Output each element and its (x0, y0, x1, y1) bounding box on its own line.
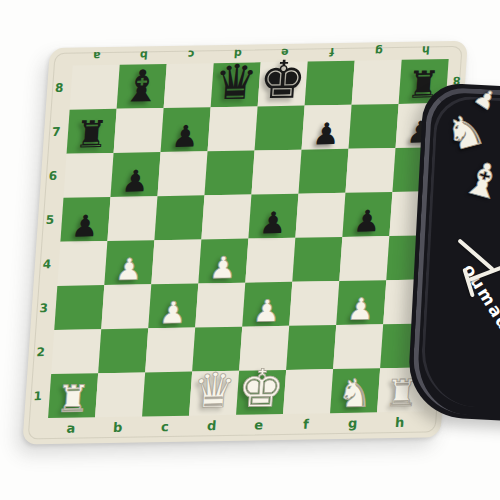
square-a2 (51, 329, 101, 374)
file-label-bottom-c: c (141, 420, 189, 434)
file-label-top-d: d (214, 47, 262, 59)
square-e1: ♚ (236, 370, 286, 415)
white-knight-g1: ♞ (336, 374, 374, 412)
square-b6: ♟ (110, 152, 160, 197)
square-d5 (201, 195, 251, 240)
file-label-bottom-e: e (235, 418, 283, 432)
black-pawn-f7: ♟ (312, 119, 341, 148)
black-pawn-c7: ♟ (171, 122, 200, 151)
square-e7 (255, 106, 305, 151)
square-f8 (305, 61, 355, 106)
black-queen-d8: ♛ (213, 60, 259, 106)
file-label-bottom-f: f (282, 417, 330, 431)
square-g5: ♟ (342, 192, 392, 237)
square-d3 (195, 283, 245, 328)
square-a5: ♟ (60, 197, 110, 242)
square-c4 (151, 239, 201, 284)
square-d8: ♛ (211, 62, 261, 107)
square-d7 (208, 106, 258, 151)
black-king-e8: ♚ (258, 55, 308, 105)
file-label-bottom-b: b (94, 420, 142, 434)
square-c2 (145, 328, 195, 373)
square-e3: ♟ (242, 282, 292, 327)
square-e5: ♟ (248, 194, 298, 239)
square-e2 (239, 326, 289, 371)
rank-label-left-3: 3 (32, 286, 55, 330)
square-f5 (295, 193, 345, 238)
file-label-top-c: c (167, 48, 215, 60)
square-c1 (142, 372, 192, 417)
square-a8 (70, 65, 120, 110)
file-label-bottom-a: a (47, 421, 95, 435)
square-d6 (204, 150, 254, 195)
square-e6 (251, 150, 301, 195)
square-f3 (289, 281, 339, 326)
white-pawn-c3: ♟ (158, 298, 187, 327)
file-label-top-f: f (308, 46, 356, 58)
file-label-top-b: b (120, 49, 168, 61)
square-f4 (292, 237, 342, 282)
white-rook-a1: ♜ (55, 381, 91, 417)
square-g3: ♟ (336, 280, 386, 325)
square-g1: ♞ (330, 368, 380, 413)
file-labels-top: abcdefgh (73, 44, 450, 62)
square-b2 (98, 328, 148, 373)
file-labels-bottom: abcdefgh (47, 416, 424, 436)
square-c7: ♟ (161, 107, 211, 152)
file-label-top-g: g (355, 45, 403, 57)
black-pawn-g5: ♟ (352, 207, 381, 236)
file-label-bottom-h: h (376, 416, 424, 430)
drawstring-cord (467, 264, 500, 282)
square-c8 (164, 63, 214, 108)
square-a1: ♜ (48, 373, 98, 418)
rank-label-left-6: 6 (41, 154, 64, 198)
rank-label-left-8: 8 (48, 66, 71, 110)
white-pawn-e3: ♟ (252, 297, 281, 326)
black-pawn-a5: ♟ (71, 212, 100, 241)
storage-bag: ♟ ♞ ♝ oumada® (407, 82, 500, 425)
square-c6 (157, 151, 207, 196)
square-d4: ♟ (198, 239, 248, 284)
square-a7: ♜ (67, 109, 117, 154)
rank-label-left-5: 5 (38, 198, 61, 242)
white-queen-d1: ♛ (191, 368, 237, 414)
chess-mat: abcdefgh 87654321 87654321 ♝♛♚♜♜♟♟♟♟♟♟♟♟… (22, 41, 468, 445)
white-pawn-b4: ♟ (114, 255, 143, 284)
chess-board: ♝♛♚♜♜♟♟♟♟♟♟♟♟♟♟♟♟♜♛♚♞♜ (48, 59, 449, 418)
square-e4 (245, 238, 295, 283)
square-d2 (192, 327, 242, 372)
file-label-top-e: e (261, 46, 309, 58)
file-label-bottom-g: g (329, 416, 377, 430)
square-f1 (283, 369, 333, 414)
white-king-e1: ♚ (236, 364, 286, 414)
square-a4 (57, 241, 107, 286)
square-g4 (339, 236, 389, 281)
black-bishop-b8: ♝ (120, 65, 162, 108)
file-label-bottom-d: d (188, 419, 236, 433)
black-pawn-e5: ♟ (258, 208, 287, 237)
square-b4: ♟ (104, 240, 154, 285)
square-b5 (107, 196, 157, 241)
white-bishop-in-bag-icon: ♝ (458, 153, 500, 208)
rank-label-left-1: 1 (26, 374, 49, 418)
square-f2 (286, 325, 336, 370)
square-c5 (154, 195, 204, 240)
drawstring-cord (457, 238, 494, 271)
square-b8: ♝ (117, 64, 167, 109)
rank-label-left-7: 7 (45, 110, 68, 154)
square-f7: ♟ (302, 105, 352, 150)
square-b1 (95, 372, 145, 417)
square-g2 (333, 324, 383, 369)
square-a6 (63, 153, 113, 198)
rank-label-left-4: 4 (35, 242, 58, 286)
square-f6 (298, 149, 348, 194)
square-a3 (54, 285, 104, 330)
square-c3: ♟ (148, 283, 198, 328)
rank-label-left-2: 2 (29, 330, 52, 374)
drawstring-cord (462, 268, 475, 298)
square-d1: ♛ (189, 371, 239, 416)
black-rook-a7: ♜ (74, 117, 110, 153)
square-b7 (114, 108, 164, 153)
square-g6 (345, 148, 395, 193)
white-pawn-d4: ♟ (208, 253, 237, 282)
product-photo-scene: abcdefgh 87654321 87654321 ♝♛♚♜♜♟♟♟♟♟♟♟♟… (0, 0, 500, 500)
white-pawn-g3: ♟ (346, 295, 375, 324)
file-label-top-h: h (402, 44, 450, 56)
square-b3 (101, 284, 151, 329)
black-pawn-b6: ♟ (121, 167, 150, 196)
square-g7 (349, 104, 399, 149)
square-e8: ♚ (258, 62, 308, 107)
square-g8 (352, 60, 402, 105)
file-label-top-a: a (73, 50, 121, 62)
